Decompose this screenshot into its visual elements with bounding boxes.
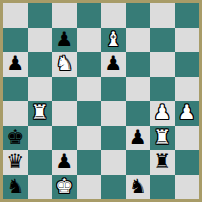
square-d1[interactable]	[77, 175, 102, 200]
square-g6[interactable]	[150, 52, 175, 77]
square-a5[interactable]	[3, 77, 28, 102]
square-h8[interactable]	[175, 3, 200, 28]
black-pawn-c2[interactable]: ♟	[55, 151, 73, 171]
square-e2[interactable]	[101, 150, 126, 175]
black-pawn-f3[interactable]: ♟	[129, 127, 147, 147]
black-pawn-c7[interactable]: ♟	[55, 29, 73, 49]
square-a2[interactable]: ♛	[3, 150, 28, 175]
square-g7[interactable]	[150, 28, 175, 53]
square-g3[interactable]: ♜	[150, 126, 175, 151]
square-e8[interactable]	[101, 3, 126, 28]
black-knight-a1[interactable]: ♞	[6, 176, 24, 196]
white-rook-b4[interactable]: ♜	[31, 102, 49, 122]
square-b5[interactable]	[28, 77, 53, 102]
square-a1[interactable]: ♞	[3, 175, 28, 200]
square-e3[interactable]	[101, 126, 126, 151]
square-g1[interactable]	[150, 175, 175, 200]
square-e6[interactable]: ♟	[101, 52, 126, 77]
square-d4[interactable]	[77, 101, 102, 126]
square-b4[interactable]: ♜	[28, 101, 53, 126]
square-c6[interactable]: ♞	[52, 52, 77, 77]
square-e1[interactable]	[101, 175, 126, 200]
black-pawn-e6[interactable]: ♟	[104, 53, 122, 73]
black-pawn-a6[interactable]: ♟	[6, 53, 24, 73]
square-g2[interactable]: ♜	[150, 150, 175, 175]
square-d8[interactable]	[77, 3, 102, 28]
square-a6[interactable]: ♟	[3, 52, 28, 77]
square-e4[interactable]	[101, 101, 126, 126]
square-c7[interactable]: ♟	[52, 28, 77, 53]
square-d3[interactable]	[77, 126, 102, 151]
square-e7[interactable]: ♝	[101, 28, 126, 53]
square-a8[interactable]	[3, 3, 28, 28]
white-pawn-g4[interactable]: ♟	[153, 102, 171, 122]
square-e5[interactable]	[101, 77, 126, 102]
square-h1[interactable]	[175, 175, 200, 200]
square-b6[interactable]	[28, 52, 53, 77]
square-h4[interactable]: ♟	[175, 101, 200, 126]
square-d2[interactable]	[77, 150, 102, 175]
white-rook-g3[interactable]: ♜	[153, 127, 171, 147]
chess-board: ♟♝♟♞♟♜♟♟♚♟♜♛♟♜♞♚♞	[3, 3, 199, 199]
square-a3[interactable]: ♚	[3, 126, 28, 151]
square-d6[interactable]	[77, 52, 102, 77]
black-queen-a2[interactable]: ♛	[6, 151, 24, 171]
square-h7[interactable]	[175, 28, 200, 53]
square-f5[interactable]	[126, 77, 151, 102]
square-d5[interactable]	[77, 77, 102, 102]
white-pawn-h4[interactable]: ♟	[178, 102, 196, 122]
square-c4[interactable]	[52, 101, 77, 126]
square-f1[interactable]: ♞	[126, 175, 151, 200]
square-f7[interactable]	[126, 28, 151, 53]
square-g8[interactable]	[150, 3, 175, 28]
square-b1[interactable]	[28, 175, 53, 200]
square-f8[interactable]	[126, 3, 151, 28]
square-b8[interactable]	[28, 3, 53, 28]
square-g5[interactable]	[150, 77, 175, 102]
square-a7[interactable]	[3, 28, 28, 53]
square-b2[interactable]	[28, 150, 53, 175]
white-knight-c6[interactable]: ♞	[55, 53, 73, 73]
square-b3[interactable]	[28, 126, 53, 151]
square-f3[interactable]: ♟	[126, 126, 151, 151]
square-a4[interactable]	[3, 101, 28, 126]
square-c5[interactable]	[52, 77, 77, 102]
square-c1[interactable]: ♚	[52, 175, 77, 200]
square-c2[interactable]: ♟	[52, 150, 77, 175]
square-h6[interactable]	[175, 52, 200, 77]
black-knight-f1[interactable]: ♞	[129, 176, 147, 196]
square-f6[interactable]	[126, 52, 151, 77]
square-h3[interactable]	[175, 126, 200, 151]
white-bishop-e7[interactable]: ♝	[104, 29, 122, 49]
square-g4[interactable]: ♟	[150, 101, 175, 126]
square-d7[interactable]	[77, 28, 102, 53]
square-c3[interactable]	[52, 126, 77, 151]
square-h2[interactable]	[175, 150, 200, 175]
chess-board-frame: ♟♝♟♞♟♜♟♟♚♟♜♛♟♜♞♚♞	[0, 0, 202, 202]
square-h5[interactable]	[175, 77, 200, 102]
black-king-a3[interactable]: ♚	[6, 127, 24, 147]
square-b7[interactable]	[28, 28, 53, 53]
square-f2[interactable]	[126, 150, 151, 175]
square-c8[interactable]	[52, 3, 77, 28]
black-rook-g2[interactable]: ♜	[153, 151, 171, 171]
square-f4[interactable]	[126, 101, 151, 126]
white-king-c1[interactable]: ♚	[55, 176, 73, 196]
